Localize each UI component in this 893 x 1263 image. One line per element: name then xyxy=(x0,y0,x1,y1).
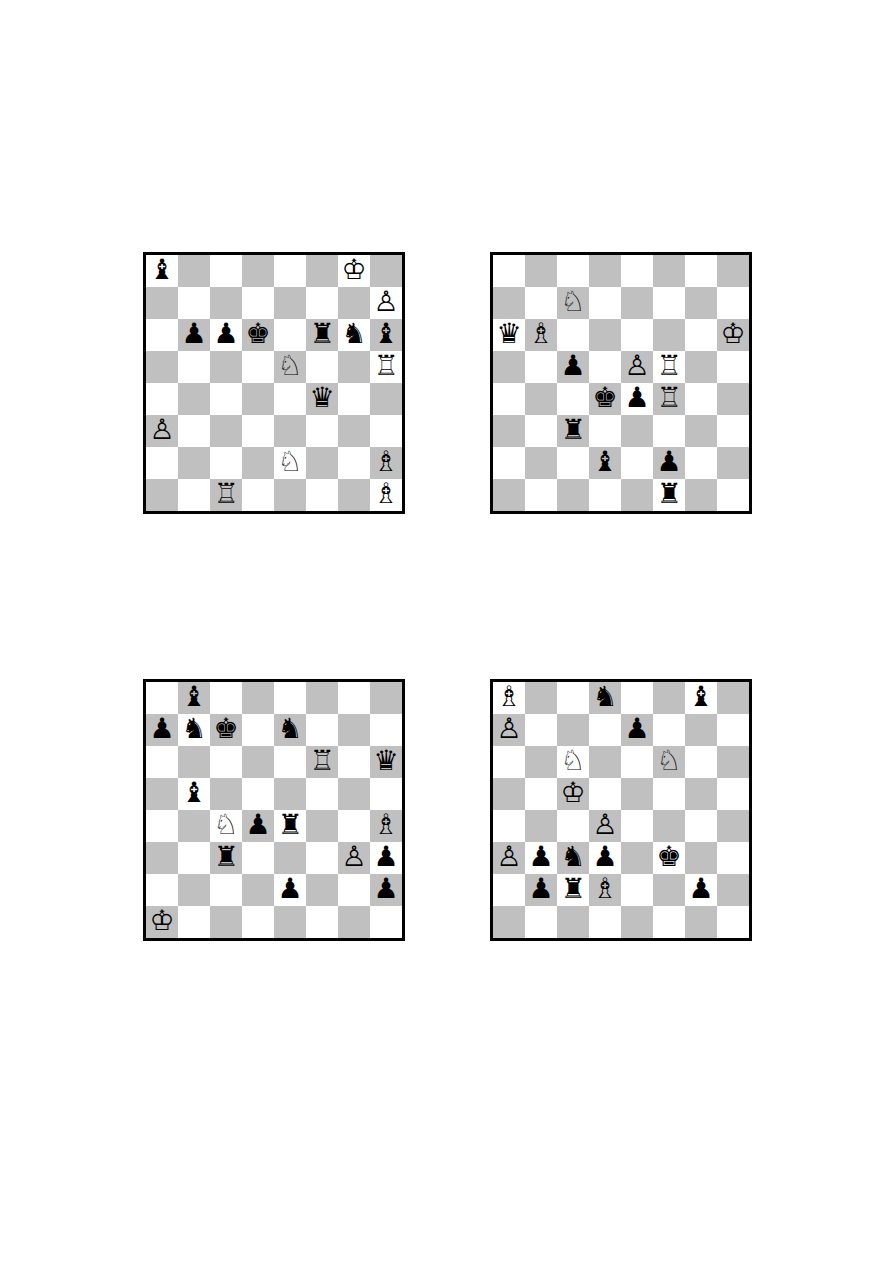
piece-black-pawn: ♟ xyxy=(656,446,681,478)
square-b6 xyxy=(178,746,210,778)
square-g1 xyxy=(685,906,717,938)
square-c8 xyxy=(210,682,242,714)
square-e6 xyxy=(621,319,653,351)
square-c2 xyxy=(210,447,242,479)
square-f3: ♚ xyxy=(653,842,685,874)
piece-black-rook: ♜ xyxy=(560,414,585,446)
square-d1 xyxy=(589,906,621,938)
piece-black-pawn: ♟ xyxy=(373,841,398,873)
square-e8 xyxy=(621,255,653,287)
piece-black-rook: ♜ xyxy=(213,841,238,873)
piece-white-rook: ♖ xyxy=(373,350,398,382)
piece-white-bishop: ♗ xyxy=(496,681,521,713)
piece-white-rook: ♖ xyxy=(656,350,681,382)
square-a8 xyxy=(493,255,525,287)
square-e8 xyxy=(274,682,306,714)
square-a6 xyxy=(493,746,525,778)
square-e3 xyxy=(274,415,306,447)
piece-black-king: ♚ xyxy=(245,318,270,350)
square-f3 xyxy=(306,842,338,874)
square-g2 xyxy=(338,447,370,479)
square-h2: ♟ xyxy=(370,874,402,906)
square-e3 xyxy=(274,842,306,874)
piece-black-knight: ♞ xyxy=(277,713,302,745)
piece-white-king: ♔ xyxy=(341,254,366,286)
square-f8 xyxy=(653,255,685,287)
square-g5 xyxy=(685,351,717,383)
square-d8: ♞ xyxy=(589,682,621,714)
square-g2 xyxy=(338,874,370,906)
square-b8 xyxy=(525,255,557,287)
square-e2: ♟ xyxy=(274,874,306,906)
square-a8: ♝ xyxy=(146,255,178,287)
square-g4 xyxy=(338,810,370,842)
square-a3: ♙ xyxy=(493,842,525,874)
piece-white-knight: ♘ xyxy=(560,286,585,318)
square-a1 xyxy=(493,479,525,511)
square-b3 xyxy=(178,842,210,874)
square-c5 xyxy=(210,351,242,383)
square-c3: ♜ xyxy=(210,842,242,874)
square-h7: ♙ xyxy=(370,287,402,319)
square-g5 xyxy=(685,778,717,810)
square-b7 xyxy=(178,287,210,319)
square-b7 xyxy=(525,287,557,319)
square-d3 xyxy=(242,842,274,874)
square-e6 xyxy=(274,746,306,778)
piece-white-knight: ♘ xyxy=(560,745,585,777)
square-c2 xyxy=(557,447,589,479)
piece-black-king: ♚ xyxy=(213,713,238,745)
square-e8 xyxy=(274,255,306,287)
square-f6: ♖ xyxy=(306,746,338,778)
square-e5 xyxy=(274,778,306,810)
square-f5 xyxy=(653,778,685,810)
square-c5 xyxy=(210,778,242,810)
square-h5 xyxy=(717,351,749,383)
square-h8 xyxy=(717,682,749,714)
square-g5 xyxy=(338,351,370,383)
square-a4 xyxy=(493,810,525,842)
square-f4 xyxy=(653,810,685,842)
square-d6 xyxy=(589,746,621,778)
square-f7 xyxy=(306,714,338,746)
square-e1 xyxy=(621,479,653,511)
square-b3: ♟ xyxy=(525,842,557,874)
square-a5 xyxy=(493,778,525,810)
square-f6: ♜ xyxy=(306,319,338,351)
square-c1 xyxy=(210,906,242,938)
square-c4 xyxy=(210,383,242,415)
square-b7 xyxy=(525,714,557,746)
square-f5 xyxy=(306,778,338,810)
square-b1 xyxy=(525,479,557,511)
square-g4 xyxy=(338,383,370,415)
square-d6: ♚ xyxy=(242,319,274,351)
square-g3 xyxy=(338,415,370,447)
square-e5: ♘ xyxy=(274,351,306,383)
piece-white-pawn: ♙ xyxy=(373,286,398,318)
piece-black-knight: ♞ xyxy=(592,681,617,713)
piece-black-bishop: ♝ xyxy=(181,681,206,713)
square-h5 xyxy=(717,778,749,810)
square-h6: ♛ xyxy=(370,746,402,778)
square-h1 xyxy=(717,479,749,511)
square-e3 xyxy=(621,415,653,447)
square-e1 xyxy=(274,479,306,511)
square-a5 xyxy=(146,778,178,810)
square-b4 xyxy=(178,810,210,842)
piece-black-rook: ♜ xyxy=(277,809,302,841)
square-b4 xyxy=(178,383,210,415)
square-b5 xyxy=(178,351,210,383)
piece-white-pawn: ♙ xyxy=(624,350,649,382)
square-e8 xyxy=(621,682,653,714)
square-d3 xyxy=(242,415,274,447)
square-d7 xyxy=(589,714,621,746)
square-g6: ♞ xyxy=(338,319,370,351)
piece-black-pawn: ♟ xyxy=(181,318,206,350)
piece-black-bishop: ♝ xyxy=(149,254,174,286)
square-a6 xyxy=(146,319,178,351)
piece-white-rook: ♖ xyxy=(309,745,334,777)
square-b8 xyxy=(525,682,557,714)
square-d5 xyxy=(589,351,621,383)
piece-black-rook: ♜ xyxy=(560,873,585,905)
square-g7 xyxy=(685,714,717,746)
square-f3 xyxy=(306,415,338,447)
square-e4: ♜ xyxy=(274,810,306,842)
piece-black-rook: ♜ xyxy=(309,318,334,350)
square-b5 xyxy=(525,351,557,383)
square-h3 xyxy=(717,842,749,874)
square-c1 xyxy=(557,479,589,511)
square-b2 xyxy=(178,447,210,479)
square-a5 xyxy=(146,351,178,383)
square-c5: ♔ xyxy=(557,778,589,810)
square-b6: ♟ xyxy=(178,319,210,351)
square-g3 xyxy=(685,842,717,874)
square-d7 xyxy=(242,287,274,319)
square-a7: ♟ xyxy=(146,714,178,746)
piece-white-bishop: ♗ xyxy=(373,809,398,841)
square-e2 xyxy=(621,874,653,906)
square-f7 xyxy=(306,287,338,319)
square-c8 xyxy=(557,255,589,287)
square-h5: ♖ xyxy=(370,351,402,383)
piece-black-pawn: ♟ xyxy=(277,873,302,905)
square-d5 xyxy=(589,778,621,810)
square-g6 xyxy=(685,746,717,778)
square-b6 xyxy=(525,746,557,778)
square-b1 xyxy=(525,906,557,938)
square-c2: ♜ xyxy=(557,874,589,906)
piece-white-pawn: ♙ xyxy=(496,713,521,745)
square-f6: ♘ xyxy=(653,746,685,778)
square-d3 xyxy=(589,415,621,447)
square-a5 xyxy=(493,351,525,383)
square-f6 xyxy=(653,319,685,351)
square-d4: ♙ xyxy=(589,810,621,842)
piece-white-bishop: ♗ xyxy=(592,873,617,905)
square-e5 xyxy=(621,778,653,810)
square-h3 xyxy=(370,415,402,447)
square-c8 xyxy=(210,255,242,287)
square-b3 xyxy=(178,415,210,447)
square-a3 xyxy=(493,415,525,447)
square-b1 xyxy=(178,906,210,938)
square-g5 xyxy=(338,778,370,810)
square-h3: ♟ xyxy=(370,842,402,874)
square-g3: ♙ xyxy=(338,842,370,874)
square-d4: ♚ xyxy=(589,383,621,415)
square-d2: ♗ xyxy=(589,874,621,906)
square-g4 xyxy=(685,383,717,415)
piece-black-king: ♚ xyxy=(592,382,617,414)
square-f4 xyxy=(306,810,338,842)
square-d6 xyxy=(589,319,621,351)
board-bottom-right: ♗♞♝♙♟♘♘♔♙♙♟♞♟♚♟♜♗♟ xyxy=(490,679,752,941)
square-d5 xyxy=(242,351,274,383)
square-b8 xyxy=(178,255,210,287)
piece-white-knight: ♘ xyxy=(656,745,681,777)
square-b8: ♝ xyxy=(178,682,210,714)
square-h2 xyxy=(717,447,749,479)
square-h6 xyxy=(717,746,749,778)
piece-black-pawn: ♟ xyxy=(592,841,617,873)
piece-black-queen: ♛ xyxy=(309,382,334,414)
square-g8 xyxy=(685,255,717,287)
square-a2 xyxy=(493,874,525,906)
piece-black-bishop: ♝ xyxy=(592,446,617,478)
square-g8: ♝ xyxy=(685,682,717,714)
square-e6 xyxy=(274,319,306,351)
square-a8 xyxy=(146,682,178,714)
square-g6 xyxy=(685,319,717,351)
square-h7 xyxy=(717,714,749,746)
square-c6: ♘ xyxy=(557,746,589,778)
square-c7: ♘ xyxy=(557,287,589,319)
square-h4: ♗ xyxy=(370,810,402,842)
square-h7 xyxy=(717,287,749,319)
piece-black-queen: ♛ xyxy=(373,745,398,777)
square-b3 xyxy=(525,415,557,447)
page: ♝♔♙♟♟♚♜♞♝♘♖♛♙♘♗♖♗ ♘♛♗♔♟♙♖♚♟♖♜♝♟♜ ♝♟♞♚♞♖♛… xyxy=(0,0,893,1263)
square-d3: ♟ xyxy=(589,842,621,874)
square-g1 xyxy=(338,479,370,511)
piece-black-knight: ♞ xyxy=(341,318,366,350)
square-h1 xyxy=(717,906,749,938)
square-b1 xyxy=(178,479,210,511)
piece-black-pawn: ♟ xyxy=(624,713,649,745)
piece-black-pawn: ♟ xyxy=(528,873,553,905)
square-c1: ♖ xyxy=(210,479,242,511)
board-bottom-left: ♝♟♞♚♞♖♛♝♘♟♜♗♜♙♟♟♟♔ xyxy=(143,679,405,941)
square-f5: ♖ xyxy=(653,351,685,383)
square-a6 xyxy=(146,746,178,778)
square-e1 xyxy=(621,906,653,938)
square-a3 xyxy=(146,842,178,874)
square-f2 xyxy=(306,447,338,479)
square-d2 xyxy=(242,874,274,906)
piece-white-king: ♔ xyxy=(720,318,745,350)
square-c7: ♚ xyxy=(210,714,242,746)
square-f8 xyxy=(306,682,338,714)
square-a8: ♗ xyxy=(493,682,525,714)
square-a2 xyxy=(146,447,178,479)
square-a4 xyxy=(146,810,178,842)
square-a1: ♔ xyxy=(146,906,178,938)
square-f4: ♖ xyxy=(653,383,685,415)
piece-black-knight: ♞ xyxy=(560,841,585,873)
square-h4 xyxy=(717,810,749,842)
square-h8 xyxy=(717,255,749,287)
square-g3 xyxy=(685,415,717,447)
square-a4 xyxy=(146,383,178,415)
square-f1 xyxy=(306,906,338,938)
piece-white-knight: ♘ xyxy=(277,350,302,382)
square-f8 xyxy=(653,682,685,714)
square-d1 xyxy=(242,479,274,511)
piece-black-pawn: ♟ xyxy=(149,713,174,745)
square-h1: ♗ xyxy=(370,479,402,511)
square-g8 xyxy=(338,682,370,714)
square-c1 xyxy=(557,906,589,938)
piece-white-rook: ♖ xyxy=(656,382,681,414)
board-top-right: ♘♛♗♔♟♙♖♚♟♖♜♝♟♜ xyxy=(490,252,752,514)
square-f4: ♛ xyxy=(306,383,338,415)
square-h3 xyxy=(717,415,749,447)
square-f1 xyxy=(306,479,338,511)
square-g4 xyxy=(685,810,717,842)
square-f1 xyxy=(653,906,685,938)
square-e7 xyxy=(274,287,306,319)
square-g7 xyxy=(685,287,717,319)
piece-black-pawn: ♟ xyxy=(560,350,585,382)
square-f1: ♜ xyxy=(653,479,685,511)
square-b4 xyxy=(525,383,557,415)
square-e7: ♞ xyxy=(274,714,306,746)
square-f2 xyxy=(306,874,338,906)
square-a6: ♛ xyxy=(493,319,525,351)
square-f8 xyxy=(306,255,338,287)
square-b6: ♗ xyxy=(525,319,557,351)
square-b5: ♝ xyxy=(178,778,210,810)
square-c2 xyxy=(210,874,242,906)
square-b4 xyxy=(525,810,557,842)
square-h4 xyxy=(370,383,402,415)
square-e2: ♘ xyxy=(274,447,306,479)
square-d7 xyxy=(589,287,621,319)
square-f5 xyxy=(306,351,338,383)
square-h6: ♝ xyxy=(370,319,402,351)
square-c7 xyxy=(557,714,589,746)
square-c8 xyxy=(557,682,589,714)
square-a1 xyxy=(493,906,525,938)
square-a3: ♙ xyxy=(146,415,178,447)
square-h7 xyxy=(370,714,402,746)
square-e7: ♟ xyxy=(621,714,653,746)
piece-black-knight: ♞ xyxy=(181,713,206,745)
square-g7 xyxy=(338,287,370,319)
square-b7: ♞ xyxy=(178,714,210,746)
piece-white-pawn: ♙ xyxy=(149,414,174,446)
square-h2 xyxy=(717,874,749,906)
square-g8: ♔ xyxy=(338,255,370,287)
square-g6 xyxy=(338,746,370,778)
square-b5 xyxy=(525,778,557,810)
square-d4: ♟ xyxy=(242,810,274,842)
piece-white-king: ♔ xyxy=(149,905,174,937)
board-top-left: ♝♔♙♟♟♚♜♞♝♘♖♛♙♘♗♖♗ xyxy=(143,252,405,514)
piece-black-pawn: ♟ xyxy=(528,841,553,873)
square-a7 xyxy=(493,287,525,319)
square-d8 xyxy=(242,682,274,714)
square-e2 xyxy=(621,447,653,479)
square-g1 xyxy=(338,906,370,938)
piece-black-pawn: ♟ xyxy=(373,873,398,905)
square-e4 xyxy=(274,383,306,415)
square-a7 xyxy=(146,287,178,319)
square-h8 xyxy=(370,255,402,287)
square-c3: ♞ xyxy=(557,842,589,874)
piece-white-pawn: ♙ xyxy=(341,841,366,873)
square-d6 xyxy=(242,746,274,778)
square-d8 xyxy=(589,255,621,287)
square-g1 xyxy=(685,479,717,511)
square-d1 xyxy=(242,906,274,938)
piece-black-bishop: ♝ xyxy=(373,318,398,350)
square-g7 xyxy=(338,714,370,746)
piece-black-queen: ♛ xyxy=(496,318,521,350)
square-c6 xyxy=(210,746,242,778)
square-h2: ♗ xyxy=(370,447,402,479)
square-e3 xyxy=(621,842,653,874)
square-g2 xyxy=(685,447,717,479)
piece-white-pawn: ♙ xyxy=(592,809,617,841)
piece-black-pawn: ♟ xyxy=(624,382,649,414)
square-a1 xyxy=(146,479,178,511)
square-c3: ♜ xyxy=(557,415,589,447)
square-c6: ♟ xyxy=(210,319,242,351)
square-e4: ♟ xyxy=(621,383,653,415)
piece-white-bishop: ♗ xyxy=(528,318,553,350)
square-g2: ♟ xyxy=(685,874,717,906)
square-d7 xyxy=(242,714,274,746)
piece-white-rook: ♖ xyxy=(213,478,238,510)
square-f7 xyxy=(653,714,685,746)
square-a2 xyxy=(146,874,178,906)
square-c3 xyxy=(210,415,242,447)
piece-white-king: ♔ xyxy=(560,777,585,809)
square-f2 xyxy=(653,874,685,906)
square-d4 xyxy=(242,383,274,415)
square-e5: ♙ xyxy=(621,351,653,383)
piece-white-bishop: ♗ xyxy=(373,478,398,510)
square-d1 xyxy=(589,479,621,511)
square-b2: ♟ xyxy=(525,874,557,906)
square-c5: ♟ xyxy=(557,351,589,383)
square-h1 xyxy=(370,906,402,938)
piece-white-knight: ♘ xyxy=(277,446,302,478)
square-a4 xyxy=(493,383,525,415)
piece-white-bishop: ♗ xyxy=(373,446,398,478)
square-e6 xyxy=(621,746,653,778)
square-d8 xyxy=(242,255,274,287)
piece-white-knight: ♘ xyxy=(213,809,238,841)
piece-black-pawn: ♟ xyxy=(688,873,713,905)
square-f3 xyxy=(653,415,685,447)
